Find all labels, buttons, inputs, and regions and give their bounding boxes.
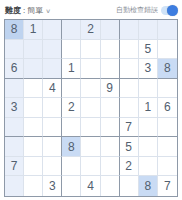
cell-r4c3[interactable]: 4 — [43, 79, 62, 99]
cell-r7c9[interactable] — [158, 137, 177, 157]
cell-r9c7[interactable] — [120, 176, 139, 196]
autocheck-control: 自動檢查錯誤 — [116, 5, 177, 15]
difficulty-value: 簡單 — [27, 5, 43, 16]
cell-r6c7[interactable]: 7 — [120, 118, 139, 138]
cell-r6c1[interactable] — [5, 118, 24, 138]
difficulty-separator: : — [23, 6, 25, 15]
cell-r9c2[interactable] — [24, 176, 43, 196]
cell-r3c9[interactable]: 8 — [158, 59, 177, 79]
cell-r5c6[interactable] — [101, 98, 120, 118]
cell-r7c2[interactable] — [24, 137, 43, 157]
cell-r1c1[interactable]: 8 — [5, 20, 24, 40]
cell-r9c6[interactable] — [101, 176, 120, 196]
cell-r3c8[interactable]: 3 — [139, 59, 158, 79]
difficulty-label: 難度 — [5, 5, 21, 16]
cell-r2c8[interactable]: 5 — [139, 40, 158, 60]
cell-r1c9[interactable] — [158, 20, 177, 40]
cell-r4c8[interactable] — [139, 79, 158, 99]
cell-r3c1[interactable]: 6 — [5, 59, 24, 79]
toggle-knob-icon — [167, 5, 178, 16]
cell-r4c9[interactable] — [158, 79, 177, 99]
autocheck-label: 自動檢查錯誤 — [116, 5, 158, 15]
cell-r6c4[interactable] — [62, 118, 81, 138]
cell-r8c2[interactable] — [24, 157, 43, 177]
cell-r5c1[interactable]: 3 — [5, 98, 24, 118]
cell-r1c6[interactable] — [101, 20, 120, 40]
cell-r6c6[interactable] — [101, 118, 120, 138]
cell-r5c2[interactable] — [24, 98, 43, 118]
cell-r1c4[interactable] — [62, 20, 81, 40]
chevron-down-icon: ∨ — [46, 7, 52, 14]
cell-r6c3[interactable] — [43, 118, 62, 138]
cell-r7c6[interactable] — [101, 137, 120, 157]
cell-r8c8[interactable] — [139, 157, 158, 177]
cell-r2c3[interactable] — [43, 40, 62, 60]
cell-r3c6[interactable] — [101, 59, 120, 79]
cell-r8c7[interactable]: 2 — [120, 157, 139, 177]
cell-r8c4[interactable] — [62, 157, 81, 177]
cell-r5c3[interactable] — [43, 98, 62, 118]
cell-r4c7[interactable] — [120, 79, 139, 99]
cell-r7c5[interactable] — [81, 137, 100, 157]
cell-r6c9[interactable] — [158, 118, 177, 138]
cell-r5c9[interactable]: 6 — [158, 98, 177, 118]
cell-r2c9[interactable] — [158, 40, 177, 60]
cell-r7c1[interactable] — [5, 137, 24, 157]
cell-r3c5[interactable] — [81, 59, 100, 79]
cell-r4c4[interactable] — [62, 79, 81, 99]
cell-r7c8[interactable] — [139, 137, 158, 157]
cell-r4c1[interactable] — [5, 79, 24, 99]
cell-r8c3[interactable] — [43, 157, 62, 177]
cell-r8c1[interactable]: 7 — [5, 157, 24, 177]
cell-r6c5[interactable] — [81, 118, 100, 138]
cell-r3c2[interactable] — [24, 59, 43, 79]
cell-r8c9[interactable] — [158, 157, 177, 177]
cell-r5c4[interactable]: 2 — [62, 98, 81, 118]
difficulty-dropdown[interactable]: 難度: 簡單 ∨ — [5, 5, 51, 16]
cell-r2c5[interactable] — [81, 40, 100, 60]
cell-r6c8[interactable] — [139, 118, 158, 138]
cell-r5c5[interactable] — [81, 98, 100, 118]
cell-r7c4[interactable]: 8 — [62, 137, 81, 157]
cell-r5c8[interactable]: 1 — [139, 98, 158, 118]
cell-r3c4[interactable]: 1 — [62, 59, 81, 79]
cell-r7c7[interactable]: 5 — [120, 137, 139, 157]
cell-r8c5[interactable] — [81, 157, 100, 177]
cell-r6c2[interactable] — [24, 118, 43, 138]
cell-r9c1[interactable] — [5, 176, 24, 196]
cell-r1c3[interactable] — [43, 20, 62, 40]
cell-r9c3[interactable]: 3 — [43, 176, 62, 196]
cell-r3c7[interactable] — [120, 59, 139, 79]
cell-r4c6[interactable]: 9 — [101, 79, 120, 99]
cell-r1c5[interactable]: 2 — [81, 20, 100, 40]
cell-r4c5[interactable] — [81, 79, 100, 99]
cell-r9c8[interactable]: 8 — [139, 176, 158, 196]
cell-r8c6[interactable] — [101, 157, 120, 177]
autocheck-toggle[interactable] — [161, 6, 177, 15]
cell-r2c2[interactable] — [24, 40, 43, 60]
cell-r2c6[interactable] — [101, 40, 120, 60]
cell-r3c3[interactable] — [43, 59, 62, 79]
cell-r1c2[interactable]: 1 — [24, 20, 43, 40]
cell-r5c7[interactable] — [120, 98, 139, 118]
cell-r9c9[interactable]: 7 — [158, 176, 177, 196]
cell-r7c3[interactable] — [43, 137, 62, 157]
cell-r9c4[interactable] — [62, 176, 81, 196]
cell-r1c8[interactable] — [139, 20, 158, 40]
toolbar: 難度: 簡單 ∨ 自動檢查錯誤 — [0, 0, 182, 18]
cell-r9c5[interactable]: 4 — [81, 176, 100, 196]
cell-r2c1[interactable] — [5, 40, 24, 60]
cell-r2c4[interactable] — [62, 40, 81, 60]
cell-r2c7[interactable] — [120, 40, 139, 60]
cell-r1c7[interactable] — [120, 20, 139, 40]
cell-r4c2[interactable] — [24, 79, 43, 99]
sudoku-board: 81256138493216785723487 — [4, 19, 178, 197]
